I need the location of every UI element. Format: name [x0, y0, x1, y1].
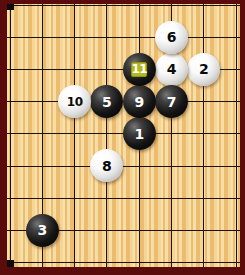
board-frame: 1234567891011 — [0, 0, 245, 275]
stone-black-7: 7 — [155, 85, 188, 118]
stone-number: 5 — [102, 95, 112, 109]
stone-number: 9 — [134, 95, 144, 109]
stone-white-4: 4 — [155, 53, 188, 86]
corner-marker — [7, 4, 14, 10]
stone-black-5: 5 — [90, 85, 123, 118]
stone-number: 6 — [167, 30, 177, 44]
last-move-highlight: 11 — [131, 62, 147, 77]
go-board[interactable]: 1234567891011 — [7, 4, 240, 267]
stone-black-11: 11 — [123, 53, 156, 86]
stone-number: 11 — [131, 63, 147, 75]
stone-white-10: 10 — [58, 85, 91, 118]
stone-number: 1 — [134, 127, 144, 141]
stone-black-9: 9 — [123, 85, 156, 118]
stone-white-2: 2 — [187, 53, 220, 86]
stone-number: 3 — [37, 223, 47, 237]
stone-black-3: 3 — [26, 214, 59, 247]
stone-black-1: 1 — [123, 117, 156, 150]
stone-white-8: 8 — [90, 149, 123, 182]
stone-number: 7 — [167, 95, 177, 109]
stone-number: 2 — [199, 62, 209, 76]
stone-number: 4 — [167, 62, 177, 76]
stones-layer: 1234567891011 — [7, 4, 240, 267]
stone-number: 8 — [102, 159, 112, 173]
stone-number: 10 — [67, 96, 83, 108]
corner-marker — [7, 260, 14, 267]
stone-white-6: 6 — [155, 21, 188, 54]
